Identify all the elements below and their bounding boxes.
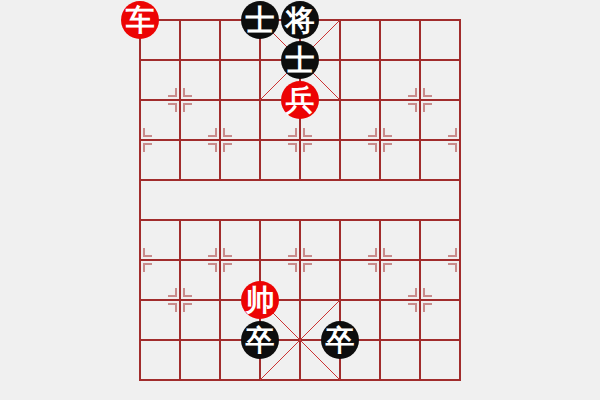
board-grid[interactable]: 车士将士兵帅卒卒 [120, 0, 480, 400]
red-chariot[interactable]: 车 [121, 1, 159, 39]
xiangqi-diagram: 车士将士兵帅卒卒 [0, 0, 600, 400]
black-advisor-2[interactable]: 士 [281, 41, 319, 79]
red-soldier[interactable]: 兵 [281, 81, 319, 119]
black-soldier-2[interactable]: 卒 [321, 321, 359, 359]
red-general[interactable]: 帅 [241, 281, 279, 319]
black-general[interactable]: 将 [281, 1, 319, 39]
black-soldier-1[interactable]: 卒 [241, 321, 279, 359]
black-advisor-1[interactable]: 士 [241, 1, 279, 39]
